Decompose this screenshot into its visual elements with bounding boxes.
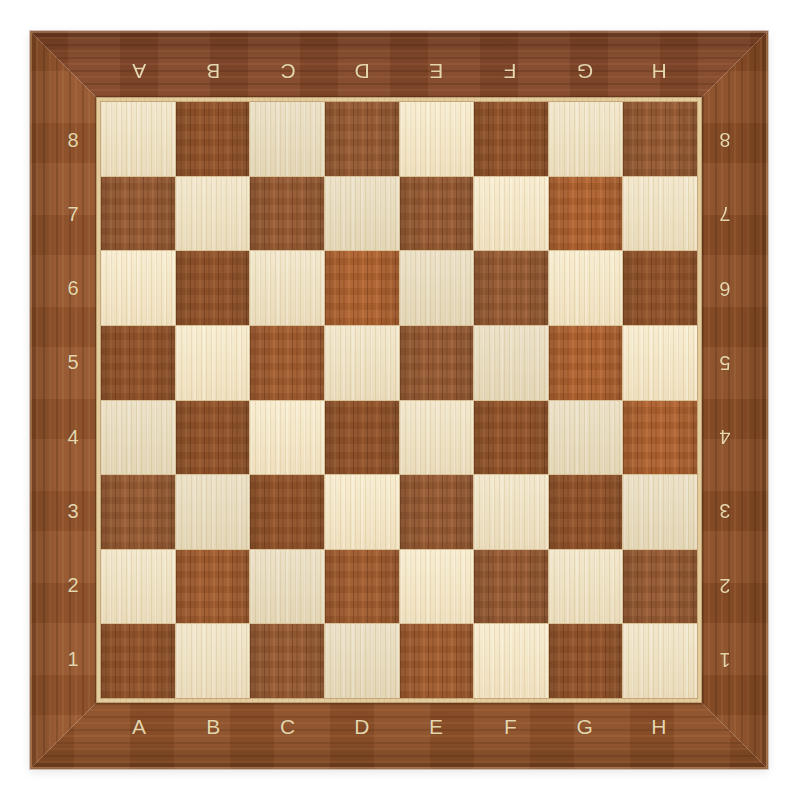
rank-label-right-8: 8 [702, 103, 748, 177]
square-d4[interactable] [325, 401, 399, 475]
file-label-top-h: H [622, 45, 696, 97]
square-h4[interactable] [623, 401, 697, 475]
square-b1[interactable] [176, 624, 250, 698]
rank-label-right-3: 3 [702, 474, 748, 548]
file-label-bottom-g: G [548, 703, 622, 751]
file-label-top-b: B [176, 45, 250, 97]
rank-label-left-4: 4 [50, 400, 96, 474]
square-g4[interactable] [549, 401, 623, 475]
file-label-top-e: E [399, 45, 473, 97]
file-labels-bottom: ABCDEFGH [102, 703, 696, 751]
rank-label-right-6: 6 [702, 252, 748, 326]
rank-label-left-3: 3 [50, 474, 96, 548]
square-d2[interactable] [325, 550, 399, 624]
square-b8[interactable] [176, 102, 250, 176]
rank-label-right-4: 4 [702, 400, 748, 474]
square-h8[interactable] [623, 102, 697, 176]
square-d3[interactable] [325, 475, 399, 549]
rank-label-left-2: 2 [50, 549, 96, 623]
playing-field [96, 97, 702, 703]
square-h6[interactable] [623, 251, 697, 325]
square-g3[interactable] [549, 475, 623, 549]
squares-grid [101, 102, 697, 698]
square-d1[interactable] [325, 624, 399, 698]
file-label-top-d: D [325, 45, 399, 97]
file-labels-top: ABCDEFGH [102, 45, 696, 97]
square-f4[interactable] [474, 401, 548, 475]
file-label-top-a: A [102, 45, 176, 97]
square-a4[interactable] [101, 401, 175, 475]
square-a7[interactable] [101, 177, 175, 251]
rank-label-right-1: 1 [702, 623, 748, 697]
file-label-bottom-f: F [473, 703, 547, 751]
square-a2[interactable] [101, 550, 175, 624]
square-b6[interactable] [176, 251, 250, 325]
square-f7[interactable] [474, 177, 548, 251]
square-b5[interactable] [176, 326, 250, 400]
square-e4[interactable] [400, 401, 474, 475]
square-g2[interactable] [549, 550, 623, 624]
square-a6[interactable] [101, 251, 175, 325]
square-a8[interactable] [101, 102, 175, 176]
file-label-bottom-e: E [399, 703, 473, 751]
file-label-bottom-c: C [251, 703, 325, 751]
square-h5[interactable] [623, 326, 697, 400]
square-g6[interactable] [549, 251, 623, 325]
square-e1[interactable] [400, 624, 474, 698]
rank-label-left-1: 1 [50, 623, 96, 697]
square-d5[interactable] [325, 326, 399, 400]
rank-label-left-8: 8 [50, 103, 96, 177]
square-f6[interactable] [474, 251, 548, 325]
square-d8[interactable] [325, 102, 399, 176]
file-label-bottom-a: A [102, 703, 176, 751]
square-b7[interactable] [176, 177, 250, 251]
file-label-top-f: F [473, 45, 547, 97]
square-h3[interactable] [623, 475, 697, 549]
square-c2[interactable] [250, 550, 324, 624]
square-h2[interactable] [623, 550, 697, 624]
square-h1[interactable] [623, 624, 697, 698]
square-f2[interactable] [474, 550, 548, 624]
square-g5[interactable] [549, 326, 623, 400]
square-c8[interactable] [250, 102, 324, 176]
square-a5[interactable] [101, 326, 175, 400]
square-a3[interactable] [101, 475, 175, 549]
square-g7[interactable] [549, 177, 623, 251]
square-b2[interactable] [176, 550, 250, 624]
rank-label-left-7: 7 [50, 177, 96, 251]
rank-label-right-5: 5 [702, 326, 748, 400]
square-g8[interactable] [549, 102, 623, 176]
square-c1[interactable] [250, 624, 324, 698]
square-f5[interactable] [474, 326, 548, 400]
square-c4[interactable] [250, 401, 324, 475]
square-d7[interactable] [325, 177, 399, 251]
file-label-bottom-h: H [622, 703, 696, 751]
square-h7[interactable] [623, 177, 697, 251]
rank-label-right-7: 7 [702, 177, 748, 251]
square-g1[interactable] [549, 624, 623, 698]
square-e6[interactable] [400, 251, 474, 325]
file-label-bottom-d: D [325, 703, 399, 751]
square-f1[interactable] [474, 624, 548, 698]
square-f3[interactable] [474, 475, 548, 549]
square-e7[interactable] [400, 177, 474, 251]
square-e3[interactable] [400, 475, 474, 549]
file-label-bottom-b: B [176, 703, 250, 751]
square-c7[interactable] [250, 177, 324, 251]
file-label-top-g: G [548, 45, 622, 97]
square-e5[interactable] [400, 326, 474, 400]
rank-labels-left: 87654321 [50, 103, 96, 697]
square-e8[interactable] [400, 102, 474, 176]
square-b3[interactable] [176, 475, 250, 549]
chess-board: ABCDEFGH ABCDEFGH 87654321 87654321 [30, 31, 768, 769]
square-c3[interactable] [250, 475, 324, 549]
square-e2[interactable] [400, 550, 474, 624]
square-b4[interactable] [176, 401, 250, 475]
rank-label-left-5: 5 [50, 326, 96, 400]
rank-labels-right: 87654321 [702, 103, 748, 697]
square-c6[interactable] [250, 251, 324, 325]
rank-label-right-2: 2 [702, 549, 748, 623]
rank-label-left-6: 6 [50, 252, 96, 326]
photo-background: ABCDEFGH ABCDEFGH 87654321 87654321 [0, 0, 798, 800]
square-d6[interactable] [325, 251, 399, 325]
square-c5[interactable] [250, 326, 324, 400]
file-label-top-c: C [251, 45, 325, 97]
square-a1[interactable] [101, 624, 175, 698]
square-f8[interactable] [474, 102, 548, 176]
